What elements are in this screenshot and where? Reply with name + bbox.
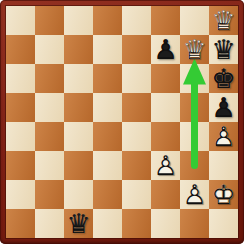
square-g6[interactable] bbox=[180, 64, 209, 93]
square-g5[interactable] bbox=[180, 93, 209, 122]
square-d4[interactable] bbox=[93, 122, 122, 151]
square-h2[interactable]: ♚♔ bbox=[209, 180, 238, 209]
square-g7[interactable]: ♛♕ bbox=[180, 35, 209, 64]
square-b8[interactable] bbox=[35, 6, 64, 35]
black-pawn-h5[interactable]: ♟♙ bbox=[209, 93, 238, 122]
black-pawn-f7[interactable]: ♟♙ bbox=[151, 35, 180, 64]
white-pawn-f3[interactable]: ♟♙ bbox=[151, 151, 180, 180]
square-d5[interactable] bbox=[93, 93, 122, 122]
square-c2[interactable] bbox=[64, 180, 93, 209]
square-e3[interactable] bbox=[122, 151, 151, 180]
king-glyph-outline: ♔ bbox=[209, 180, 238, 209]
square-b6[interactable] bbox=[35, 64, 64, 93]
queen-glyph-outline: ♕ bbox=[180, 35, 209, 64]
square-f3[interactable]: ♟♙ bbox=[151, 151, 180, 180]
pawn-glyph-outline: ♙ bbox=[151, 35, 180, 64]
white-queen-h8[interactable]: ♛♕ bbox=[209, 6, 238, 35]
square-f4[interactable] bbox=[151, 122, 180, 151]
square-c8[interactable] bbox=[64, 6, 93, 35]
pawn-glyph-outline: ♙ bbox=[209, 122, 238, 151]
square-h7[interactable]: ♛♕ bbox=[209, 35, 238, 64]
square-a3[interactable] bbox=[6, 151, 35, 180]
chessboard-widget: ♛♕♟♙♛♕♛♕♚♔♟♙♟♙♟♙♟♙♚♔♛♕ bbox=[0, 0, 244, 244]
queen-glyph-outline: ♕ bbox=[64, 209, 93, 238]
square-h6[interactable]: ♚♔ bbox=[209, 64, 238, 93]
square-b1[interactable] bbox=[35, 209, 64, 238]
board: ♛♕♟♙♛♕♛♕♚♔♟♙♟♙♟♙♟♙♚♔♛♕ bbox=[6, 6, 238, 238]
square-d1[interactable] bbox=[93, 209, 122, 238]
square-b5[interactable] bbox=[35, 93, 64, 122]
square-e8[interactable] bbox=[122, 6, 151, 35]
square-e1[interactable] bbox=[122, 209, 151, 238]
square-f5[interactable] bbox=[151, 93, 180, 122]
square-g3[interactable] bbox=[180, 151, 209, 180]
king-glyph-outline: ♔ bbox=[209, 64, 238, 93]
square-b7[interactable] bbox=[35, 35, 64, 64]
white-pawn-h4[interactable]: ♟♙ bbox=[209, 122, 238, 151]
queen-glyph-outline: ♕ bbox=[209, 35, 238, 64]
pawn-glyph-outline: ♙ bbox=[180, 180, 209, 209]
square-e2[interactable] bbox=[122, 180, 151, 209]
square-c7[interactable] bbox=[64, 35, 93, 64]
square-h5[interactable]: ♟♙ bbox=[209, 93, 238, 122]
pawn-glyph-outline: ♙ bbox=[151, 151, 180, 180]
square-a6[interactable] bbox=[6, 64, 35, 93]
black-king-h6[interactable]: ♚♔ bbox=[209, 64, 238, 93]
square-a7[interactable] bbox=[6, 35, 35, 64]
square-g8[interactable] bbox=[180, 6, 209, 35]
black-queen-c1[interactable]: ♛♕ bbox=[64, 209, 93, 238]
square-e4[interactable] bbox=[122, 122, 151, 151]
square-e6[interactable] bbox=[122, 64, 151, 93]
square-g4[interactable] bbox=[180, 122, 209, 151]
square-f6[interactable] bbox=[151, 64, 180, 93]
white-king-h2[interactable]: ♚♔ bbox=[209, 180, 238, 209]
pawn-glyph-outline: ♙ bbox=[209, 93, 238, 122]
square-c1[interactable]: ♛♕ bbox=[64, 209, 93, 238]
square-c3[interactable] bbox=[64, 151, 93, 180]
square-b4[interactable] bbox=[35, 122, 64, 151]
square-b2[interactable] bbox=[35, 180, 64, 209]
square-f7[interactable]: ♟♙ bbox=[151, 35, 180, 64]
square-g1[interactable] bbox=[180, 209, 209, 238]
square-d6[interactable] bbox=[93, 64, 122, 93]
square-e7[interactable] bbox=[122, 35, 151, 64]
square-a5[interactable] bbox=[6, 93, 35, 122]
square-g2[interactable]: ♟♙ bbox=[180, 180, 209, 209]
square-h8[interactable]: ♛♕ bbox=[209, 6, 238, 35]
square-a4[interactable] bbox=[6, 122, 35, 151]
square-d8[interactable] bbox=[93, 6, 122, 35]
white-pawn-g2[interactable]: ♟♙ bbox=[180, 180, 209, 209]
square-h3[interactable] bbox=[209, 151, 238, 180]
black-queen-h7[interactable]: ♛♕ bbox=[209, 35, 238, 64]
square-a2[interactable] bbox=[6, 180, 35, 209]
square-a8[interactable] bbox=[6, 6, 35, 35]
square-a1[interactable] bbox=[6, 209, 35, 238]
square-d3[interactable] bbox=[93, 151, 122, 180]
square-f2[interactable] bbox=[151, 180, 180, 209]
square-h4[interactable]: ♟♙ bbox=[209, 122, 238, 151]
square-e5[interactable] bbox=[122, 93, 151, 122]
square-h1[interactable] bbox=[209, 209, 238, 238]
square-d7[interactable] bbox=[93, 35, 122, 64]
square-c6[interactable] bbox=[64, 64, 93, 93]
square-c5[interactable] bbox=[64, 93, 93, 122]
square-f8[interactable] bbox=[151, 6, 180, 35]
square-c4[interactable] bbox=[64, 122, 93, 151]
white-queen-g7[interactable]: ♛♕ bbox=[180, 35, 209, 64]
queen-glyph-outline: ♕ bbox=[209, 6, 238, 35]
square-b3[interactable] bbox=[35, 151, 64, 180]
square-d2[interactable] bbox=[93, 180, 122, 209]
square-f1[interactable] bbox=[151, 209, 180, 238]
